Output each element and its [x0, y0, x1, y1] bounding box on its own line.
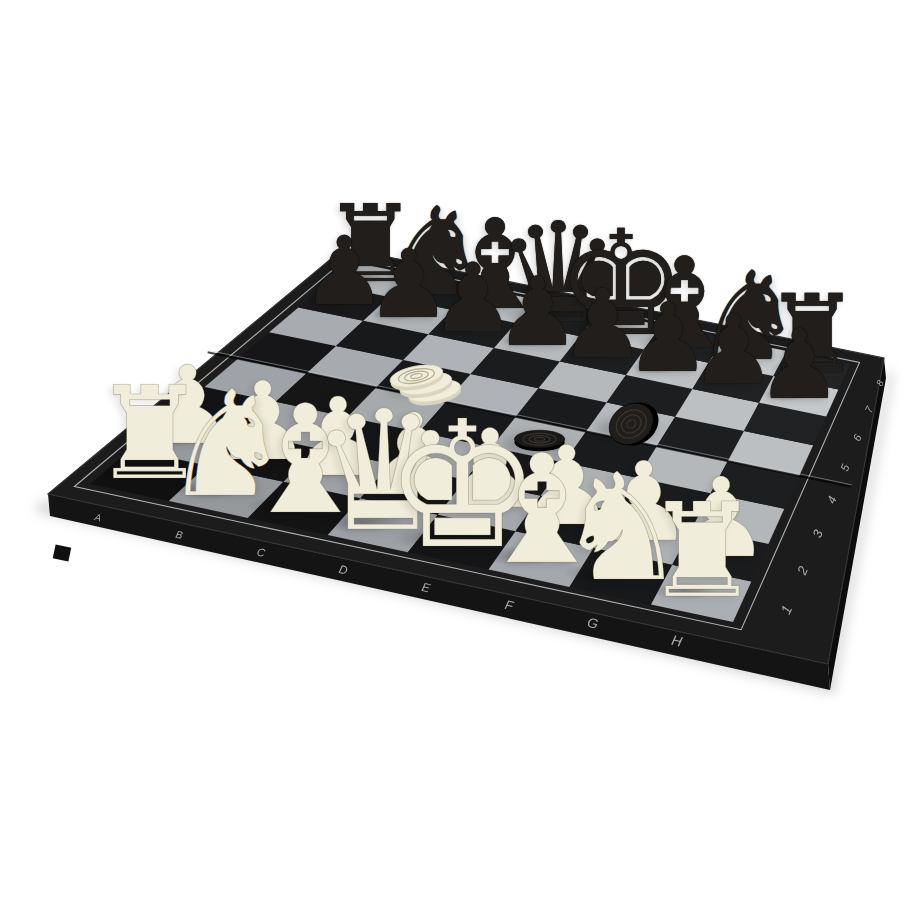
chess-set-photo: ABCDEFGH12345678 ♜♞♟♝♟♛♟♚♟♝♟♞♟♜♟♟♟♟♟♜♟♞♟… — [0, 0, 910, 910]
case-clasp — [53, 544, 72, 561]
chess-board: ABCDEFGH12345678 — [0, 0, 910, 910]
